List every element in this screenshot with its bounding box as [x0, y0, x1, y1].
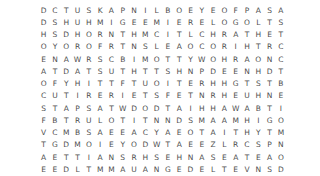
grid-cell-r15c7[interactable]: M	[106, 164, 117, 176]
grid-cell-r5c2[interactable]: Y	[49, 41, 60, 53]
grid-cell-r11c7[interactable]: O	[106, 115, 117, 127]
grid-cell-r12c11[interactable]: Y	[151, 127, 162, 139]
grid-cell-r8c7[interactable]: T	[106, 78, 117, 90]
grid-cell-r10c7[interactable]: T	[106, 102, 117, 114]
grid-cell-r10c4[interactable]: P	[72, 102, 83, 114]
grid-cell-r14c20[interactable]: E	[253, 151, 264, 163]
grid-cell-r2c22[interactable]: A	[275, 4, 286, 16]
grid-cell-r14c8[interactable]: S	[117, 151, 128, 163]
grid-cell-r7c14[interactable]: N	[185, 66, 196, 78]
grid-cell-r10c13[interactable]: A	[174, 102, 185, 114]
grid-cell-r11c14[interactable]: S	[185, 115, 196, 127]
grid-cell-r11c1[interactable]: F	[38, 115, 49, 127]
grid-cell-r3c11[interactable]: M	[151, 17, 162, 29]
grid-cell-r14c5[interactable]: I	[83, 151, 94, 163]
grid-cell-r8c8[interactable]: F	[117, 78, 128, 90]
grid-cell-r4c7[interactable]: N	[106, 29, 117, 41]
grid-cell-r14c19[interactable]: T	[241, 151, 252, 163]
grid-cell-r5c22[interactable]: C	[275, 41, 286, 53]
grid-cell-r6c17[interactable]: H	[219, 53, 230, 65]
grid-cell-r4c13[interactable]: T	[174, 29, 185, 41]
grid-cell-r10c15[interactable]: H	[196, 102, 207, 114]
grid-cell-r7c9[interactable]: H	[128, 66, 139, 78]
grid-cell-r6c19[interactable]: A	[241, 53, 252, 65]
grid-cell-r4c9[interactable]: H	[128, 29, 139, 41]
grid-cell-r9c11[interactable]: S	[151, 90, 162, 102]
grid-cell-r14c6[interactable]: A	[94, 151, 105, 163]
grid-cell-r12c14[interactable]: O	[185, 127, 196, 139]
grid-cell-r11c12[interactable]: N	[162, 115, 173, 127]
grid-cell-r8c3[interactable]: Y	[61, 78, 72, 90]
grid-cell-r15c16[interactable]: L	[207, 164, 218, 176]
grid-cell-r13c19[interactable]: C	[241, 139, 252, 151]
grid-cell-r8c17[interactable]: H	[219, 78, 230, 90]
grid-cell-r12c8[interactable]: E	[117, 127, 128, 139]
grid-cell-r6c15[interactable]: W	[196, 53, 207, 65]
grid-cell-r15c9[interactable]: U	[128, 164, 139, 176]
grid-cell-r14c18[interactable]: A	[230, 151, 241, 163]
grid-cell-r9c22[interactable]: E	[275, 90, 286, 102]
grid-cell-r7c4[interactable]: A	[72, 66, 83, 78]
grid-cell-r10c10[interactable]: O	[140, 102, 151, 114]
grid-cell-r3c4[interactable]: U	[72, 17, 83, 29]
grid-cell-r5c7[interactable]: R	[106, 41, 117, 53]
grid-cell-r3c22[interactable]: S	[275, 17, 286, 29]
grid-cell-r9c15[interactable]: N	[196, 90, 207, 102]
grid-cell-r9c21[interactable]: N	[264, 90, 275, 102]
grid-cell-r15c3[interactable]: D	[61, 164, 72, 176]
grid-cell-r3c18[interactable]: G	[230, 17, 241, 29]
grid-cell-r5c19[interactable]: H	[241, 41, 252, 53]
grid-cell-r13c20[interactable]: S	[253, 139, 264, 151]
grid-cell-r7c7[interactable]: U	[106, 66, 117, 78]
grid-cell-r14c2[interactable]: E	[49, 151, 60, 163]
grid-cell-r10c2[interactable]: T	[49, 102, 60, 114]
grid-cell-r4c17[interactable]: R	[219, 29, 230, 41]
grid-cell-r14c11[interactable]: S	[151, 151, 162, 163]
grid-cell-r5c21[interactable]: R	[264, 41, 275, 53]
grid-cell-r6c1[interactable]: E	[38, 53, 49, 65]
grid-cell-r13c2[interactable]: G	[49, 139, 60, 151]
grid-cell-r12c17[interactable]: I	[219, 127, 230, 139]
grid-cell-r10c6[interactable]: A	[94, 102, 105, 114]
grid-cell-r5c12[interactable]: E	[162, 41, 173, 53]
grid-cell-r10c12[interactable]: T	[162, 102, 173, 114]
grid-cell-r5c4[interactable]: R	[72, 41, 83, 53]
grid-cell-r5c11[interactable]: L	[151, 41, 162, 53]
grid-cell-r12c13[interactable]: E	[174, 127, 185, 139]
grid-cell-r8c13[interactable]: T	[174, 78, 185, 90]
grid-cell-r4c1[interactable]: H	[38, 29, 49, 41]
grid-cell-r10c20[interactable]: B	[253, 102, 264, 114]
grid-cell-r2c8[interactable]: P	[117, 4, 128, 16]
grid-cell-r3c12[interactable]: I	[162, 17, 173, 29]
grid-cell-r2c1[interactable]: D	[38, 4, 49, 16]
grid-cell-r12c10[interactable]: C	[140, 127, 151, 139]
grid-cell-r6c7[interactable]: C	[106, 53, 117, 65]
grid-cell-r6c13[interactable]: T	[174, 53, 185, 65]
grid-cell-r3c16[interactable]: L	[207, 17, 218, 29]
grid-cell-r15c12[interactable]: G	[162, 164, 173, 176]
grid-cell-r8c16[interactable]: H	[207, 78, 218, 90]
grid-cell-r6c3[interactable]: A	[61, 53, 72, 65]
grid-cell-r4c18[interactable]: A	[230, 29, 241, 41]
grid-cell-r12c20[interactable]: Y	[253, 127, 264, 139]
grid-cell-r14c7[interactable]: N	[106, 151, 117, 163]
grid-cell-r14c9[interactable]: R	[128, 151, 139, 163]
grid-cell-r10c22[interactable]: I	[275, 102, 286, 114]
grid-cell-r12c1[interactable]: V	[38, 127, 49, 139]
grid-cell-r4c14[interactable]: L	[185, 29, 196, 41]
grid-cell-r9c18[interactable]: E	[230, 90, 241, 102]
grid-cell-r6c12[interactable]: T	[162, 53, 173, 65]
grid-cell-r3c21[interactable]: T	[264, 17, 275, 29]
grid-cell-r13c7[interactable]: E	[106, 139, 117, 151]
grid-cell-r2c19[interactable]: P	[241, 4, 252, 16]
grid-cell-r13c4[interactable]: M	[72, 139, 83, 151]
grid-cell-r8c18[interactable]: G	[230, 78, 241, 90]
grid-cell-r14c10[interactable]: H	[140, 151, 151, 163]
grid-cell-r13c5[interactable]: O	[83, 139, 94, 151]
grid-cell-r10c18[interactable]: W	[230, 102, 241, 114]
grid-cell-r12c3[interactable]: M	[61, 127, 72, 139]
grid-cell-r5c1[interactable]: O	[38, 41, 49, 53]
grid-cell-r9c2[interactable]: U	[49, 90, 60, 102]
grid-cell-r7c6[interactable]: S	[94, 66, 105, 78]
grid-cell-r3c19[interactable]: O	[241, 17, 252, 29]
grid-cell-r4c16[interactable]: H	[207, 29, 218, 41]
grid-cell-r2c14[interactable]: E	[185, 4, 196, 16]
grid-cell-r2c7[interactable]: A	[106, 4, 117, 16]
grid-cell-r8c19[interactable]: T	[241, 78, 252, 90]
grid-cell-r2c16[interactable]: E	[207, 4, 218, 16]
grid-cell-r11c4[interactable]: R	[72, 115, 83, 127]
grid-cell-r15c14[interactable]: D	[185, 164, 196, 176]
grid-cell-r7c13[interactable]: H	[174, 66, 185, 78]
grid-cell-r3c9[interactable]: E	[128, 17, 139, 29]
grid-cell-r7c15[interactable]: P	[196, 66, 207, 78]
grid-cell-r3c2[interactable]: S	[49, 17, 60, 29]
grid-cell-r3c14[interactable]: R	[185, 17, 196, 29]
grid-cell-r8c1[interactable]: O	[38, 78, 49, 90]
grid-cell-r10c9[interactable]: D	[128, 102, 139, 114]
grid-cell-r7c16[interactable]: D	[207, 66, 218, 78]
grid-cell-r12c19[interactable]: H	[241, 127, 252, 139]
grid-cell-r13c18[interactable]: R	[230, 139, 241, 151]
grid-cell-r7c8[interactable]: T	[117, 66, 128, 78]
grid-cell-r9c5[interactable]: R	[83, 90, 94, 102]
grid-cell-r14c16[interactable]: S	[207, 151, 218, 163]
grid-cell-r5c3[interactable]: O	[61, 41, 72, 53]
grid-cell-r4c19[interactable]: T	[241, 29, 252, 41]
grid-cell-r7c18[interactable]: E	[230, 66, 241, 78]
grid-cell-r7c19[interactable]: N	[241, 66, 252, 78]
grid-cell-r8c4[interactable]: H	[72, 78, 83, 90]
grid-cell-r11c2[interactable]: B	[49, 115, 60, 127]
grid-cell-r6c16[interactable]: O	[207, 53, 218, 65]
grid-cell-r2c15[interactable]: Y	[196, 4, 207, 16]
grid-cell-r14c21[interactable]: A	[264, 151, 275, 163]
grid-cell-r4c15[interactable]: C	[196, 29, 207, 41]
grid-cell-r9c14[interactable]: T	[185, 90, 196, 102]
grid-cell-r8c11[interactable]: O	[151, 78, 162, 90]
grid-cell-r15c1[interactable]: E	[38, 164, 49, 176]
grid-cell-r3c10[interactable]: E	[140, 17, 151, 29]
grid-cell-r5c8[interactable]: T	[117, 41, 128, 53]
grid-cell-r9c17[interactable]: H	[219, 90, 230, 102]
grid-cell-r13c6[interactable]: I	[94, 139, 105, 151]
grid-cell-r10c8[interactable]: W	[117, 102, 128, 114]
grid-cell-r5c18[interactable]: I	[230, 41, 241, 53]
grid-cell-r2c2[interactable]: C	[49, 4, 60, 16]
grid-cell-r14c22[interactable]: O	[275, 151, 286, 163]
grid-cell-r5c9[interactable]: N	[128, 41, 139, 53]
grid-cell-r2c5[interactable]: S	[83, 4, 94, 16]
grid-cell-r3c13[interactable]: E	[174, 17, 185, 29]
grid-cell-r2c12[interactable]: B	[162, 4, 173, 16]
grid-cell-r3c17[interactable]: O	[219, 17, 230, 29]
grid-cell-r7c3[interactable]: D	[61, 66, 72, 78]
grid-cell-r6c6[interactable]: S	[94, 53, 105, 65]
grid-cell-r11c17[interactable]: A	[219, 115, 230, 127]
grid-cell-r15c15[interactable]: E	[196, 164, 207, 176]
grid-cell-r9c3[interactable]: T	[61, 90, 72, 102]
grid-cell-r11c8[interactable]: T	[117, 115, 128, 127]
grid-cell-r11c11[interactable]: N	[151, 115, 162, 127]
grid-cell-r8c21[interactable]: T	[264, 78, 275, 90]
grid-cell-r15c2[interactable]: E	[49, 164, 60, 176]
grid-cell-r7c11[interactable]: T	[151, 66, 162, 78]
grid-cell-r5c10[interactable]: S	[140, 41, 151, 53]
grid-cell-r12c5[interactable]: S	[83, 127, 94, 139]
grid-cell-r5c20[interactable]: T	[253, 41, 264, 53]
grid-cell-r9c6[interactable]: E	[94, 90, 105, 102]
grid-cell-r14c12[interactable]: E	[162, 151, 173, 163]
grid-cell-r9c13[interactable]: E	[174, 90, 185, 102]
grid-cell-r2c11[interactable]: L	[151, 4, 162, 16]
grid-cell-r2c20[interactable]: A	[253, 4, 264, 16]
grid-cell-r2c4[interactable]: U	[72, 4, 83, 16]
grid-cell-r11c5[interactable]: U	[83, 115, 94, 127]
grid-cell-r2c13[interactable]: O	[174, 4, 185, 16]
grid-cell-r13c11[interactable]: W	[151, 139, 162, 151]
grid-cell-r2c3[interactable]: T	[61, 4, 72, 16]
grid-cell-r15c10[interactable]: A	[140, 164, 151, 176]
grid-cell-r15c4[interactable]: L	[72, 164, 83, 176]
grid-cell-r7c17[interactable]: E	[219, 66, 230, 78]
grid-cell-r4c21[interactable]: E	[264, 29, 275, 41]
grid-cell-r7c21[interactable]: D	[264, 66, 275, 78]
grid-cell-r13c1[interactable]: T	[38, 139, 49, 151]
grid-cell-r13c21[interactable]: P	[264, 139, 275, 151]
grid-cell-r11c16[interactable]: A	[207, 115, 218, 127]
grid-cell-r13c10[interactable]: D	[140, 139, 151, 151]
grid-cell-r3c5[interactable]: H	[83, 17, 94, 29]
grid-cell-r8c20[interactable]: S	[253, 78, 264, 90]
grid-cell-r9c1[interactable]: C	[38, 90, 49, 102]
grid-cell-r13c16[interactable]: Z	[207, 139, 218, 151]
grid-cell-r9c7[interactable]: R	[106, 90, 117, 102]
grid-cell-r12c18[interactable]: T	[230, 127, 241, 139]
grid-cell-r2c6[interactable]: K	[94, 4, 105, 16]
grid-cell-r10c14[interactable]: I	[185, 102, 196, 114]
grid-cell-r5c14[interactable]: O	[185, 41, 196, 53]
grid-cell-r11c19[interactable]: H	[241, 115, 252, 127]
grid-cell-r12c22[interactable]: M	[275, 127, 286, 139]
grid-cell-r12c2[interactable]: C	[49, 127, 60, 139]
grid-cell-r10c21[interactable]: T	[264, 102, 275, 114]
grid-cell-r6c2[interactable]: N	[49, 53, 60, 65]
grid-cell-r7c10[interactable]: T	[140, 66, 151, 78]
grid-cell-r10c19[interactable]: A	[241, 102, 252, 114]
grid-cell-r7c12[interactable]: S	[162, 66, 173, 78]
grid-cell-r8c10[interactable]: U	[140, 78, 151, 90]
grid-cell-r14c1[interactable]: A	[38, 151, 49, 163]
grid-cell-r14c14[interactable]: N	[185, 151, 196, 163]
grid-cell-r11c13[interactable]: D	[174, 115, 185, 127]
grid-cell-r12c12[interactable]: A	[162, 127, 173, 139]
grid-cell-r3c6[interactable]: M	[94, 17, 105, 29]
grid-cell-r4c12[interactable]: I	[162, 29, 173, 41]
grid-cell-r5c16[interactable]: O	[207, 41, 218, 53]
grid-cell-r4c3[interactable]: D	[61, 29, 72, 41]
grid-cell-r3c3[interactable]: H	[61, 17, 72, 29]
grid-cell-r10c3[interactable]: A	[61, 102, 72, 114]
grid-cell-r11c18[interactable]: M	[230, 115, 241, 127]
grid-cell-r9c16[interactable]: R	[207, 90, 218, 102]
grid-cell-r6c4[interactable]: W	[72, 53, 83, 65]
grid-cell-r3c20[interactable]: L	[253, 17, 264, 29]
grid-cell-r14c15[interactable]: A	[196, 151, 207, 163]
grid-cell-r9c4[interactable]: I	[72, 90, 83, 102]
grid-cell-r13c3[interactable]: D	[61, 139, 72, 151]
grid-cell-r11c9[interactable]: I	[128, 115, 139, 127]
grid-cell-r11c15[interactable]: M	[196, 115, 207, 127]
grid-cell-r5c5[interactable]: O	[83, 41, 94, 53]
grid-cell-r7c1[interactable]: A	[38, 66, 49, 78]
grid-cell-r10c5[interactable]: S	[83, 102, 94, 114]
grid-cell-r11c20[interactable]: I	[253, 115, 264, 127]
grid-cell-r9c12[interactable]: F	[162, 90, 173, 102]
grid-cell-r2c21[interactable]: S	[264, 4, 275, 16]
grid-cell-r11c22[interactable]: O	[275, 115, 286, 127]
grid-cell-r7c20[interactable]: H	[253, 66, 264, 78]
grid-cell-r3c8[interactable]: G	[117, 17, 128, 29]
grid-cell-r13c17[interactable]: L	[219, 139, 230, 151]
grid-cell-r12c15[interactable]: T	[196, 127, 207, 139]
grid-cell-r15c8[interactable]: A	[117, 164, 128, 176]
grid-cell-r6c18[interactable]: R	[230, 53, 241, 65]
grid-cell-r13c9[interactable]: O	[128, 139, 139, 151]
grid-cell-r8c22[interactable]: B	[275, 78, 286, 90]
grid-cell-r15c19[interactable]: V	[241, 164, 252, 176]
grid-cell-r6c8[interactable]: B	[117, 53, 128, 65]
grid-cell-r9c8[interactable]: I	[117, 90, 128, 102]
grid-cell-r11c21[interactable]: G	[264, 115, 275, 127]
grid-cell-r12c21[interactable]: T	[264, 127, 275, 139]
grid-cell-r5c17[interactable]: R	[219, 41, 230, 53]
grid-cell-r12c7[interactable]: E	[106, 127, 117, 139]
grid-cell-r4c8[interactable]: T	[117, 29, 128, 41]
grid-cell-r8c2[interactable]: F	[49, 78, 60, 90]
grid-cell-r4c10[interactable]: M	[140, 29, 151, 41]
grid-cell-r12c6[interactable]: A	[94, 127, 105, 139]
grid-cell-r15c22[interactable]: D	[275, 164, 286, 176]
grid-cell-r14c3[interactable]: T	[61, 151, 72, 163]
grid-cell-r4c20[interactable]: H	[253, 29, 264, 41]
grid-cell-r6c20[interactable]: O	[253, 53, 264, 65]
grid-cell-r9c20[interactable]: H	[253, 90, 264, 102]
grid-cell-r8c5[interactable]: I	[83, 78, 94, 90]
grid-cell-r5c13[interactable]: A	[174, 41, 185, 53]
grid-cell-r3c7[interactable]: I	[106, 17, 117, 29]
grid-cell-r5c6[interactable]: F	[94, 41, 105, 53]
grid-cell-r2c9[interactable]: N	[128, 4, 139, 16]
grid-cell-r8c15[interactable]: R	[196, 78, 207, 90]
grid-cell-r14c17[interactable]: E	[219, 151, 230, 163]
grid-cell-r14c4[interactable]: T	[72, 151, 83, 163]
grid-cell-r7c2[interactable]: T	[49, 66, 60, 78]
grid-cell-r15c11[interactable]: N	[151, 164, 162, 176]
grid-cell-r6c5[interactable]: R	[83, 53, 94, 65]
grid-cell-r3c1[interactable]: D	[38, 17, 49, 29]
grid-cell-r13c13[interactable]: A	[174, 139, 185, 151]
grid-cell-r6c10[interactable]: M	[140, 53, 151, 65]
grid-cell-r10c17[interactable]: A	[219, 102, 230, 114]
grid-cell-r13c15[interactable]: E	[196, 139, 207, 151]
grid-cell-r2c17[interactable]: O	[219, 4, 230, 16]
grid-cell-r13c12[interactable]: T	[162, 139, 173, 151]
grid-cell-r15c6[interactable]: M	[94, 164, 105, 176]
grid-cell-r15c21[interactable]: S	[264, 164, 275, 176]
grid-cell-r2c10[interactable]: I	[140, 4, 151, 16]
grid-cell-r4c5[interactable]: O	[83, 29, 94, 41]
grid-cell-r4c2[interactable]: S	[49, 29, 60, 41]
grid-cell-r9c9[interactable]: E	[128, 90, 139, 102]
grid-cell-r3c15[interactable]: E	[196, 17, 207, 29]
grid-cell-r13c14[interactable]: E	[185, 139, 196, 151]
grid-cell-r7c22[interactable]: T	[275, 66, 286, 78]
grid-cell-r11c3[interactable]: T	[61, 115, 72, 127]
grid-cell-r5c15[interactable]: C	[196, 41, 207, 53]
grid-cell-r6c21[interactable]: N	[264, 53, 275, 65]
grid-cell-r15c18[interactable]: E	[230, 164, 241, 176]
grid-cell-r10c1[interactable]: S	[38, 102, 49, 114]
grid-cell-r6c11[interactable]: O	[151, 53, 162, 65]
grid-cell-r13c22[interactable]: N	[275, 139, 286, 151]
grid-cell-r8c12[interactable]: I	[162, 78, 173, 90]
grid-cell-r8c9[interactable]: T	[128, 78, 139, 90]
grid-cell-r6c22[interactable]: C	[275, 53, 286, 65]
grid-cell-r12c9[interactable]: A	[128, 127, 139, 139]
grid-cell-r8c6[interactable]: T	[94, 78, 105, 90]
grid-cell-r4c11[interactable]: C	[151, 29, 162, 41]
grid-cell-r10c16[interactable]: H	[207, 102, 218, 114]
grid-cell-r4c6[interactable]: R	[94, 29, 105, 41]
grid-cell-r11c6[interactable]: L	[94, 115, 105, 127]
grid-cell-r9c19[interactable]: U	[241, 90, 252, 102]
grid-cell-r4c22[interactable]: T	[275, 29, 286, 41]
grid-cell-r9c10[interactable]: T	[140, 90, 151, 102]
grid-cell-r15c20[interactable]: N	[253, 164, 264, 176]
grid-cell-r7c5[interactable]: T	[83, 66, 94, 78]
grid-cell-r12c4[interactable]: B	[72, 127, 83, 139]
grid-cell-r13c8[interactable]: Y	[117, 139, 128, 151]
grid-cell-r10c11[interactable]: D	[151, 102, 162, 114]
grid-cell-r8c14[interactable]: E	[185, 78, 196, 90]
grid-cell-r15c5[interactable]: T	[83, 164, 94, 176]
grid-cell-r14c13[interactable]: H	[174, 151, 185, 163]
